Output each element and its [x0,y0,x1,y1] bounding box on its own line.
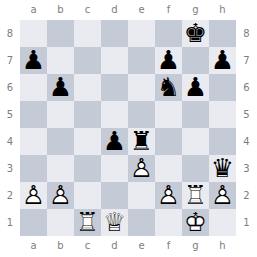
square-h4[interactable] [209,128,236,155]
square-e5[interactable] [128,101,155,128]
black-pawn-glyph: ♟ [103,128,126,155]
square-d8[interactable] [101,20,128,47]
white-pawn-outline: ♙ [211,182,234,209]
square-g3[interactable] [182,155,209,182]
rank-label-1-left: 1 [0,209,20,236]
square-b5[interactable] [47,101,74,128]
rank-label-1-right: 1 [236,209,257,236]
square-a6[interactable] [20,74,47,101]
rank-label-3-right: 3 [236,155,257,182]
file-label-a-bottom: a [20,236,47,257]
white-rook[interactable]: ♜♖ [182,182,209,209]
white-pawn[interactable]: ♟♙ [155,182,182,209]
file-label-f-bottom: f [155,236,182,257]
square-b6[interactable]: ♟ [47,74,74,101]
rank-label-8-right: 8 [236,20,257,47]
square-b4[interactable] [47,128,74,155]
square-h5[interactable] [209,101,236,128]
black-rook-glyph: ♜ [130,128,153,155]
black-pawn[interactable]: ♟ [47,74,74,101]
square-g5[interactable] [182,101,209,128]
rank-label-2-left: 2 [0,182,20,209]
square-c8[interactable] [74,20,101,47]
square-a4[interactable] [20,128,47,155]
square-f5[interactable] [155,101,182,128]
rank-label-3-left: 3 [0,155,20,182]
rank-label-6-right: 6 [236,74,257,101]
white-pawn[interactable]: ♟♙ [20,182,47,209]
rank-labels-left: 87654321 [0,20,20,236]
square-f7[interactable]: ♟ [155,47,182,74]
square-a8[interactable] [20,20,47,47]
square-g4[interactable] [182,128,209,155]
file-label-d-bottom: d [101,236,128,257]
rank-label-4-left: 4 [0,128,20,155]
square-e2[interactable] [128,182,155,209]
square-f1[interactable] [155,209,182,236]
white-rook-outline: ♖ [184,182,207,209]
rank-label-4-right: 4 [236,128,257,155]
file-label-b-bottom: b [47,236,74,257]
square-f8[interactable] [155,20,182,47]
square-d1[interactable]: ♛♕ [101,209,128,236]
square-b1[interactable] [47,209,74,236]
square-h1[interactable] [209,209,236,236]
square-c2[interactable] [74,182,101,209]
white-pawn-outline: ♙ [49,182,72,209]
square-g7[interactable] [182,47,209,74]
square-d2[interactable] [101,182,128,209]
file-label-h-top: h [209,0,236,20]
black-pawn[interactable]: ♟ [101,128,128,155]
square-h6[interactable] [209,74,236,101]
white-pawn[interactable]: ♟♙ [209,182,236,209]
chess-diagram: abcdefgh 87654321 ♚♟♟♟♟♞♟♟♜♟♙♛♟♙♟♙♟♙♜♖♟♙… [0,0,257,257]
file-label-h-bottom: h [209,236,236,257]
file-labels-top: abcdefgh [20,0,236,20]
square-a7[interactable]: ♟ [20,47,47,74]
square-h8[interactable] [209,20,236,47]
square-g1[interactable]: ♚♔ [182,209,209,236]
square-f6[interactable]: ♞ [155,74,182,101]
square-e4[interactable]: ♜ [128,128,155,155]
square-e8[interactable] [128,20,155,47]
square-e3[interactable]: ♟♙ [128,155,155,182]
file-label-c-top: c [74,0,101,20]
rank-label-7-right: 7 [236,47,257,74]
file-label-e-top: e [128,0,155,20]
square-a5[interactable] [20,101,47,128]
black-pawn-glyph: ♟ [22,47,45,74]
square-b8[interactable] [47,20,74,47]
rank-label-2-right: 2 [236,182,257,209]
black-queen[interactable]: ♛ [209,155,236,182]
black-pawn[interactable]: ♟ [20,47,47,74]
square-a1[interactable] [20,209,47,236]
file-label-a-top: a [20,0,47,20]
square-h3[interactable]: ♛ [209,155,236,182]
square-c3[interactable] [74,155,101,182]
white-pawn-outline: ♙ [157,182,180,209]
black-rook[interactable]: ♜ [128,128,155,155]
square-d6[interactable] [101,74,128,101]
square-g6[interactable]: ♟ [182,74,209,101]
square-e7[interactable] [128,47,155,74]
black-pawn[interactable]: ♟ [182,74,209,101]
square-c5[interactable] [74,101,101,128]
square-e6[interactable] [128,74,155,101]
file-label-c-bottom: c [74,236,101,257]
white-pawn[interactable]: ♟♙ [47,182,74,209]
white-pawn[interactable]: ♟♙ [128,155,155,182]
square-c4[interactable] [74,128,101,155]
square-c7[interactable] [74,47,101,74]
black-pawn-glyph: ♟ [184,74,207,101]
square-a2[interactable]: ♟♙ [20,182,47,209]
square-d3[interactable] [101,155,128,182]
white-queen-outline: ♕ [103,209,126,236]
black-pawn[interactable]: ♟ [209,47,236,74]
black-knight[interactable]: ♞ [155,74,182,101]
black-pawn-glyph: ♟ [157,47,180,74]
black-knight-glyph: ♞ [157,74,180,101]
white-rook[interactable]: ♜♖ [74,209,101,236]
square-f4[interactable] [155,128,182,155]
rank-label-5-left: 5 [0,101,20,128]
white-king-outline: ♔ [184,209,207,236]
black-king-glyph: ♚ [184,20,207,47]
square-c6[interactable] [74,74,101,101]
square-b7[interactable] [47,47,74,74]
square-h7[interactable]: ♟ [209,47,236,74]
square-d5[interactable] [101,101,128,128]
square-d4[interactable]: ♟ [101,128,128,155]
file-label-g-bottom: g [182,236,209,257]
file-labels-bottom: abcdefgh [20,236,236,257]
white-king[interactable]: ♚♔ [182,209,209,236]
square-f2[interactable]: ♟♙ [155,182,182,209]
white-pawn-outline: ♙ [22,182,45,209]
black-king[interactable]: ♚ [182,20,209,47]
white-queen[interactable]: ♛♕ [101,209,128,236]
square-b3[interactable] [47,155,74,182]
square-f3[interactable] [155,155,182,182]
square-a3[interactable] [20,155,47,182]
black-pawn-glyph: ♟ [49,74,72,101]
square-g8[interactable]: ♚ [182,20,209,47]
white-pawn-outline: ♙ [130,155,153,182]
rank-label-8-left: 8 [0,20,20,47]
file-label-f-top: f [155,0,182,20]
chess-board: ♚♟♟♟♟♞♟♟♜♟♙♛♟♙♟♙♟♙♜♖♟♙♜♖♛♕♚♔ [20,20,236,236]
white-rook-outline: ♖ [76,209,99,236]
square-e1[interactable] [128,209,155,236]
file-label-e-bottom: e [128,236,155,257]
square-c1[interactable]: ♜♖ [74,209,101,236]
square-g2[interactable]: ♜♖ [182,182,209,209]
black-queen-glyph: ♛ [211,155,234,182]
square-h2[interactable]: ♟♙ [209,182,236,209]
rank-label-6-left: 6 [0,74,20,101]
square-d7[interactable] [101,47,128,74]
rank-label-5-right: 5 [236,101,257,128]
square-b2[interactable]: ♟♙ [47,182,74,209]
file-label-b-top: b [47,0,74,20]
rank-labels-right: 87654321 [236,20,257,236]
black-pawn[interactable]: ♟ [155,47,182,74]
rank-label-7-left: 7 [0,47,20,74]
black-pawn-glyph: ♟ [211,47,234,74]
file-label-g-top: g [182,0,209,20]
file-label-d-top: d [101,0,128,20]
